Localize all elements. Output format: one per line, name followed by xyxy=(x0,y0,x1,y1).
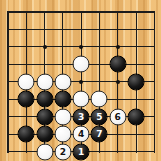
move-number: 7 xyxy=(96,130,102,139)
white-stone[interactable]: 2 xyxy=(54,143,71,160)
white-stone[interactable] xyxy=(73,91,90,108)
black-stone[interactable]: 5 xyxy=(91,108,108,125)
black-stone[interactable] xyxy=(36,91,53,108)
star-point xyxy=(116,80,120,84)
black-stone[interactable]: 7 xyxy=(91,126,108,143)
white-stone[interactable] xyxy=(91,91,108,108)
white-stone[interactable] xyxy=(54,108,71,125)
black-stone[interactable] xyxy=(18,91,35,108)
white-stone[interactable] xyxy=(54,126,71,143)
black-stone[interactable] xyxy=(54,91,71,108)
black-stone[interactable] xyxy=(128,108,145,125)
white-stone[interactable] xyxy=(36,143,53,160)
move-number: 1 xyxy=(78,147,84,156)
black-stone[interactable]: 3 xyxy=(73,108,90,125)
black-stone[interactable] xyxy=(128,73,145,90)
move-number: 2 xyxy=(60,147,66,156)
move-number: 4 xyxy=(78,130,84,139)
white-stone[interactable] xyxy=(73,56,90,73)
white-stone[interactable]: 4 xyxy=(73,126,90,143)
star-point xyxy=(79,45,83,49)
black-stone[interactable] xyxy=(36,126,53,143)
white-stone[interactable] xyxy=(18,73,35,90)
black-stone[interactable]: 1 xyxy=(73,143,90,160)
move-number: 5 xyxy=(96,112,102,121)
white-stone[interactable] xyxy=(36,73,53,90)
black-stone[interactable] xyxy=(36,108,53,125)
star-point xyxy=(79,80,83,84)
black-stone[interactable] xyxy=(18,126,35,143)
black-stone[interactable] xyxy=(109,56,126,73)
star-point xyxy=(116,45,120,49)
move-number: 3 xyxy=(78,112,84,121)
go-board[interactable]: 3564721 xyxy=(0,0,161,161)
white-stone[interactable] xyxy=(54,73,71,90)
go-diagram: 3564721 xyxy=(0,0,161,161)
move-number: 6 xyxy=(115,112,121,121)
white-stone[interactable]: 6 xyxy=(109,108,126,125)
grid-line-vertical xyxy=(154,11,155,153)
star-point xyxy=(43,45,47,49)
